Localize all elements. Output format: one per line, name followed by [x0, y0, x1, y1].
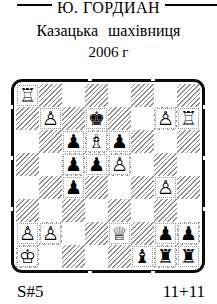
- square-g3: [154, 199, 177, 222]
- frame-notch: [9, 156, 13, 160]
- square-c1: [62, 245, 85, 268]
- piece-box-a1: ♔: [17, 246, 38, 267]
- square-d1: [85, 245, 108, 268]
- square-a6: [16, 130, 39, 153]
- square-d6: ♗: [85, 130, 108, 153]
- piece-box-h7: ♖: [178, 108, 199, 129]
- square-d2: [85, 222, 108, 245]
- piece-box-g4: ♙: [155, 177, 176, 198]
- piece-box-b2: ♙: [40, 223, 61, 244]
- white-rook-h7: ♖: [180, 109, 197, 128]
- black-king-d7: ♚: [88, 109, 105, 128]
- piece-box-c4: ♟: [63, 177, 84, 198]
- square-d3: [85, 199, 108, 222]
- piece-box-d6: ♗: [86, 131, 107, 152]
- square-d8: [85, 84, 108, 107]
- square-h1: ♜: [177, 245, 200, 268]
- piece-box-h1: ♜: [178, 246, 199, 267]
- black-pawn-g2: ♟: [157, 224, 174, 243]
- piece-box-e6: ♟: [109, 131, 130, 152]
- square-h8: [177, 84, 200, 107]
- piece-box-a2: ♙: [17, 223, 38, 244]
- square-b8: [39, 84, 62, 107]
- square-e6: ♟: [108, 130, 131, 153]
- black-pawn-c4: ♟: [65, 178, 82, 197]
- square-f4: [131, 176, 154, 199]
- square-a2: ♙: [16, 222, 39, 245]
- white-rook-a8: ♖: [19, 86, 36, 105]
- square-d7: ♚: [85, 107, 108, 130]
- square-c2: [62, 222, 85, 245]
- square-e7: [108, 107, 131, 130]
- white-pawn-g7: ♙: [157, 109, 174, 128]
- square-b7: ♙: [39, 107, 62, 130]
- frame-notch: [9, 207, 13, 211]
- piece-box-g7: ♙: [155, 108, 176, 129]
- square-a8: ♖: [16, 84, 39, 107]
- black-pawn-d5: ♟: [88, 155, 105, 174]
- square-f3: [131, 199, 154, 222]
- square-c7: [62, 107, 85, 130]
- square-b6: [39, 130, 62, 153]
- square-e4: [108, 176, 131, 199]
- problem-year: 2006 г: [0, 44, 217, 61]
- chess-board: ♖♙♚♙♖♟♗♟♟♟♙♟♙♙♙♕♟♟♔♝♜♜: [16, 84, 200, 268]
- square-g4: ♙: [154, 176, 177, 199]
- frame-notch: [203, 105, 207, 109]
- square-a3: [16, 199, 39, 222]
- white-pawn-e5: ♙: [111, 155, 128, 174]
- piece-box-e5: ♙: [109, 154, 130, 175]
- square-b4: [39, 176, 62, 199]
- white-pawn-b7: ♙: [42, 109, 59, 128]
- square-g7: ♙: [154, 107, 177, 130]
- diagram-header: Ю. ГОРДИАН Казацька шахівниця 2006 г: [0, 0, 217, 61]
- square-h5: [177, 153, 200, 176]
- square-h6: [177, 130, 200, 153]
- piece-box-g1: ♜: [155, 246, 176, 267]
- frame-notch: [203, 207, 207, 211]
- piece-box-a8: ♖: [17, 85, 38, 106]
- square-h4: [177, 176, 200, 199]
- stipulation-label: S#5: [17, 282, 43, 302]
- white-queen-e2: ♕: [111, 224, 128, 243]
- square-e2: ♕: [108, 222, 131, 245]
- piece-box-f1: ♝: [132, 246, 153, 267]
- square-d5: ♟: [85, 153, 108, 176]
- chess-problem-diagram: Ю. ГОРДИАН Казацька шахівниця 2006 г ♖♙♚…: [0, 0, 217, 304]
- square-a7: [16, 107, 39, 130]
- white-pawn-g4: ♙: [157, 178, 174, 197]
- chess-board-frame: ♖♙♚♙♖♟♗♟♟♟♙♟♙♙♙♕♟♟♔♝♜♜: [11, 79, 205, 273]
- black-pawn-c6: ♟: [65, 132, 82, 151]
- square-a5: [16, 153, 39, 176]
- square-a1: ♔: [16, 245, 39, 268]
- frame-notch: [88, 271, 92, 275]
- white-bishop-d6: ♗: [88, 132, 105, 151]
- square-e3: [108, 199, 131, 222]
- piece-box-g2: ♟: [155, 223, 176, 244]
- author-name: Ю. ГОРДИАН: [52, 0, 165, 16]
- square-f6: [131, 130, 154, 153]
- piece-box-d5: ♟: [86, 154, 107, 175]
- frame-notch: [151, 271, 155, 275]
- frame-notch: [203, 156, 207, 160]
- square-e1: [108, 245, 131, 268]
- white-pawn-a2: ♙: [19, 224, 36, 243]
- black-pawn-h2: ♟: [180, 224, 197, 243]
- square-b1: [39, 245, 62, 268]
- square-c6: ♟: [62, 130, 85, 153]
- square-f5: [131, 153, 154, 176]
- square-e8: [108, 84, 131, 107]
- square-c5: ♟: [62, 153, 85, 176]
- square-f1: ♝: [131, 245, 154, 268]
- square-c4: ♟: [62, 176, 85, 199]
- square-c3: [62, 199, 85, 222]
- material-count-label: 11+11: [163, 282, 205, 302]
- square-d4: [85, 176, 108, 199]
- square-b3: [39, 199, 62, 222]
- white-king-a1: ♔: [19, 247, 36, 266]
- black-bishop-f1: ♝: [134, 247, 151, 266]
- square-g6: [154, 130, 177, 153]
- piece-box-c6: ♟: [63, 131, 84, 152]
- frame-notch: [88, 77, 92, 81]
- frame-notch: [9, 105, 13, 109]
- piece-box-b7: ♙: [40, 108, 61, 129]
- square-h7: ♖: [177, 107, 200, 130]
- square-g2: ♟: [154, 222, 177, 245]
- black-pawn-e6: ♟: [111, 132, 128, 151]
- black-rook-h1: ♜: [180, 247, 197, 266]
- square-g1: ♜: [154, 245, 177, 268]
- square-h3: [177, 199, 200, 222]
- square-b2: ♙: [39, 222, 62, 245]
- square-f8: [131, 84, 154, 107]
- square-c8: [62, 84, 85, 107]
- square-g5: [154, 153, 177, 176]
- square-g8: [154, 84, 177, 107]
- black-rook-g1: ♜: [157, 247, 174, 266]
- white-pawn-b2: ♙: [42, 224, 59, 243]
- problem-title: Казацька шахівниця: [0, 22, 217, 40]
- piece-box-e2: ♕: [109, 223, 130, 244]
- piece-box-h2: ♟: [178, 223, 199, 244]
- frame-notch: [151, 77, 155, 81]
- piece-box-d7: ♚: [86, 108, 107, 129]
- square-b5: [39, 153, 62, 176]
- square-f2: [131, 222, 154, 245]
- piece-box-c5: ♟: [63, 154, 84, 175]
- square-h2: ♟: [177, 222, 200, 245]
- black-pawn-c5: ♟: [65, 155, 82, 174]
- square-f7: [131, 107, 154, 130]
- square-a4: [16, 176, 39, 199]
- square-e5: ♙: [108, 153, 131, 176]
